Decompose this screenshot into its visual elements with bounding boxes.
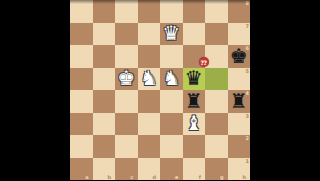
square-b4[interactable] — [93, 90, 116, 113]
square-a3[interactable] — [70, 113, 93, 136]
square-b5[interactable] — [93, 68, 116, 91]
app-background: { "game": "chess", "position": { "fen": … — [0, 0, 320, 180]
square-f4[interactable]: ♜ — [183, 90, 206, 113]
square-d6[interactable] — [138, 45, 161, 68]
square-e1[interactable]: e — [160, 158, 183, 181]
blunder-badge: ?? — [199, 57, 209, 67]
coordinate-file-b: b — [107, 175, 111, 180]
coordinate-rank-1: 1 — [246, 159, 249, 164]
square-e5[interactable]: ♞ — [160, 68, 183, 91]
square-e3[interactable] — [160, 113, 183, 136]
coordinate-rank-5: 5 — [246, 69, 249, 74]
square-a5[interactable] — [70, 68, 93, 91]
square-a7[interactable] — [70, 23, 93, 46]
black-queen[interactable]: ♛ — [185, 67, 203, 90]
square-c4[interactable] — [115, 90, 138, 113]
square-f8[interactable] — [183, 0, 206, 23]
square-g1[interactable]: g — [205, 158, 228, 181]
coordinate-rank-8: 8 — [246, 1, 249, 6]
square-h7[interactable]: 7 — [228, 23, 251, 46]
white-bishop[interactable]: ♝ — [185, 112, 203, 135]
square-b2[interactable] — [93, 135, 116, 158]
square-d3[interactable] — [138, 113, 161, 136]
square-e7[interactable]: ♛ — [160, 23, 183, 46]
square-f1[interactable]: f — [183, 158, 206, 181]
square-d1[interactable]: d — [138, 158, 161, 181]
square-a4[interactable] — [70, 90, 93, 113]
coordinate-file-e: e — [175, 175, 178, 180]
square-b1[interactable]: b — [93, 158, 116, 181]
square-g2[interactable] — [205, 135, 228, 158]
white-knight[interactable]: ♞ — [162, 67, 180, 90]
square-b6[interactable] — [93, 45, 116, 68]
square-h6[interactable]: 6♚ — [228, 45, 251, 68]
coordinate-file-c: c — [131, 175, 134, 180]
square-d7[interactable] — [138, 23, 161, 46]
square-h2[interactable]: 2 — [228, 135, 251, 158]
square-d2[interactable] — [138, 135, 161, 158]
square-c5[interactable]: ♚ — [115, 68, 138, 91]
black-rook[interactable]: ♜ — [185, 90, 203, 113]
coordinate-file-f: f — [199, 175, 201, 180]
square-a8[interactable] — [70, 0, 93, 23]
square-e2[interactable] — [160, 135, 183, 158]
square-h1[interactable]: 1h — [228, 158, 251, 181]
chess-board: 8♛76♚♚♞♞♛5♜4♜♝32abcdefg1h ?? — [70, 0, 250, 180]
white-knight[interactable]: ♞ — [140, 67, 158, 90]
black-rook[interactable]: ♜ — [230, 90, 248, 113]
square-a2[interactable] — [70, 135, 93, 158]
black-king[interactable]: ♚ — [230, 45, 248, 68]
square-c1[interactable]: c — [115, 158, 138, 181]
square-d8[interactable] — [138, 0, 161, 23]
square-g5[interactable] — [205, 68, 228, 91]
square-h3[interactable]: 3 — [228, 113, 251, 136]
square-e8[interactable] — [160, 0, 183, 23]
square-c8[interactable] — [115, 0, 138, 23]
square-g4[interactable] — [205, 90, 228, 113]
square-d4[interactable] — [138, 90, 161, 113]
white-king[interactable]: ♚ — [117, 67, 135, 90]
square-b3[interactable] — [93, 113, 116, 136]
square-h5[interactable]: 5 — [228, 68, 251, 91]
coordinate-rank-2: 2 — [246, 136, 249, 141]
square-c2[interactable] — [115, 135, 138, 158]
square-f5[interactable]: ♛ — [183, 68, 206, 91]
white-queen[interactable]: ♛ — [162, 22, 180, 45]
square-g8[interactable] — [205, 0, 228, 23]
square-g7[interactable] — [205, 23, 228, 46]
coordinate-file-h: h — [242, 175, 246, 180]
coordinate-rank-3: 3 — [246, 114, 249, 119]
coordinate-file-d: d — [152, 175, 156, 180]
square-f7[interactable] — [183, 23, 206, 46]
square-c6[interactable] — [115, 45, 138, 68]
square-e6[interactable] — [160, 45, 183, 68]
square-d5[interactable]: ♞ — [138, 68, 161, 91]
square-h8[interactable]: 8 — [228, 0, 251, 23]
square-f2[interactable] — [183, 135, 206, 158]
coordinate-rank-7: 7 — [246, 24, 249, 29]
square-a1[interactable]: a — [70, 158, 93, 181]
square-h4[interactable]: 4♜ — [228, 90, 251, 113]
square-g3[interactable] — [205, 113, 228, 136]
square-f3[interactable]: ♝ — [183, 113, 206, 136]
square-c7[interactable] — [115, 23, 138, 46]
square-a6[interactable] — [70, 45, 93, 68]
square-b8[interactable] — [93, 0, 116, 23]
square-b7[interactable] — [93, 23, 116, 46]
coordinate-file-g: g — [220, 175, 224, 180]
board-grid: 8♛76♚♚♞♞♛5♜4♜♝32abcdefg1h — [70, 0, 250, 180]
square-e4[interactable] — [160, 90, 183, 113]
coordinate-file-a: a — [85, 175, 88, 180]
square-c3[interactable] — [115, 113, 138, 136]
